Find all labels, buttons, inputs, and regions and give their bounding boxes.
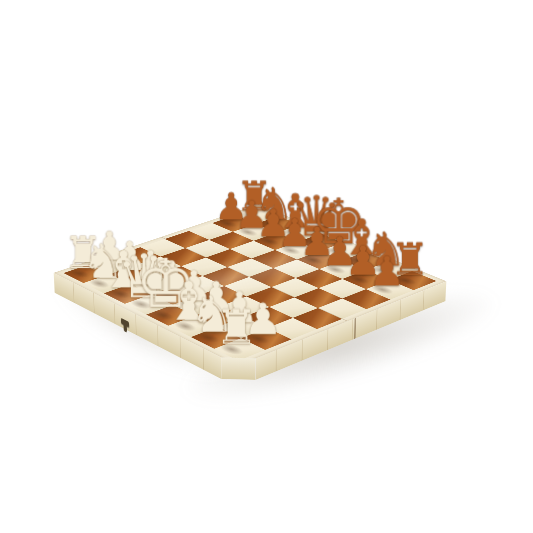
- box-corner-chamfer: [221, 358, 255, 380]
- chess-board: ♜♞♝♛♚♝♞♜♟♟♟♟♟♟♟♟♟♟♟♟♟♟♟♟♜♞♝♛♚♝♞♜: [54, 204, 447, 365]
- board-perspective: ♜♞♝♛♚♝♞♜♟♟♟♟♟♟♟♟♟♟♟♟♟♟♟♟♜♞♝♛♚♝♞♜: [110, 138, 388, 416]
- piece-brown-pawn-h7[interactable]: ♟: [359, 250, 414, 291]
- piece-white-rook-h1[interactable]: ♜: [207, 303, 266, 351]
- photo-scene: ♜♞♝♛♚♝♞♜♟♟♟♟♟♟♟♟♟♟♟♟♟♟♟♟♜♞♝♛♚♝♞♜: [0, 0, 533, 533]
- clasp-latch: [120, 318, 129, 328]
